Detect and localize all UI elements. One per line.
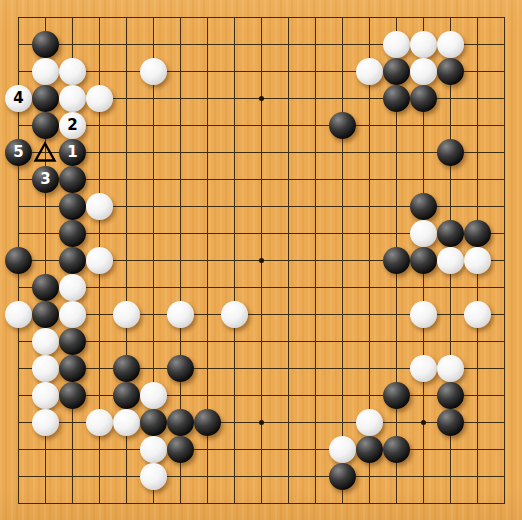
white-stone (86, 409, 113, 436)
black-stone (32, 85, 59, 112)
black-stone (167, 436, 194, 463)
black-stone (437, 382, 464, 409)
black-stone (383, 247, 410, 274)
black-stone (32, 112, 59, 139)
black-stone (59, 247, 86, 274)
black-stone (437, 220, 464, 247)
black-stone (329, 463, 356, 490)
white-stone (140, 382, 167, 409)
white-stone (5, 301, 32, 328)
black-stone (113, 355, 140, 382)
black-stone (59, 355, 86, 382)
black-stone (5, 139, 32, 166)
white-stone (59, 274, 86, 301)
black-stone (5, 247, 32, 274)
black-stone (437, 139, 464, 166)
white-stone (32, 328, 59, 355)
white-stone (437, 247, 464, 274)
white-stone (32, 382, 59, 409)
white-stone (356, 409, 383, 436)
white-stone (113, 301, 140, 328)
black-stone (113, 382, 140, 409)
white-stone (59, 85, 86, 112)
black-stone (59, 328, 86, 355)
star-point (259, 96, 264, 101)
white-stone (113, 409, 140, 436)
star-point (259, 420, 264, 425)
black-stone (410, 85, 437, 112)
white-stone (32, 58, 59, 85)
white-stone (32, 355, 59, 382)
star-point (421, 420, 426, 425)
star-point (259, 258, 264, 263)
white-stone (32, 409, 59, 436)
black-stone (383, 382, 410, 409)
black-stone (167, 355, 194, 382)
white-stone (437, 355, 464, 382)
white-stone (59, 301, 86, 328)
white-stone (140, 58, 167, 85)
white-stone (59, 58, 86, 85)
white-stone (329, 436, 356, 463)
black-stone (32, 31, 59, 58)
white-stone (410, 31, 437, 58)
triangle-icon (33, 140, 57, 164)
black-stone (167, 409, 194, 436)
black-stone (194, 409, 221, 436)
black-stone (383, 58, 410, 85)
triangle-marker (33, 140, 57, 164)
black-stone (59, 382, 86, 409)
white-stone (221, 301, 248, 328)
white-stone (437, 31, 464, 58)
black-stone (329, 112, 356, 139)
white-stone (410, 58, 437, 85)
board-grid: 12345 (18, 17, 505, 504)
white-stone (167, 301, 194, 328)
black-stone (59, 220, 86, 247)
white-stone (410, 355, 437, 382)
white-stone (86, 247, 113, 274)
black-stone (383, 436, 410, 463)
black-stone (32, 301, 59, 328)
white-stone (356, 58, 383, 85)
black-stone (356, 436, 383, 463)
black-stone (410, 193, 437, 220)
black-stone (464, 220, 491, 247)
white-stone (86, 193, 113, 220)
go-board[interactable]: 12345 (0, 0, 522, 520)
white-stone (140, 436, 167, 463)
black-stone (59, 139, 86, 166)
white-stone (86, 85, 113, 112)
black-stone (59, 166, 86, 193)
black-stone (410, 247, 437, 274)
black-stone (59, 193, 86, 220)
white-stone (410, 301, 437, 328)
white-stone (464, 301, 491, 328)
black-stone (32, 166, 59, 193)
white-stone (464, 247, 491, 274)
white-stone (59, 112, 86, 139)
white-stone (410, 220, 437, 247)
black-stone (383, 85, 410, 112)
black-stone (32, 274, 59, 301)
black-stone (140, 409, 167, 436)
black-stone (437, 58, 464, 85)
white-stone (383, 31, 410, 58)
white-stone (5, 85, 32, 112)
black-stone (437, 409, 464, 436)
white-stone (140, 463, 167, 490)
